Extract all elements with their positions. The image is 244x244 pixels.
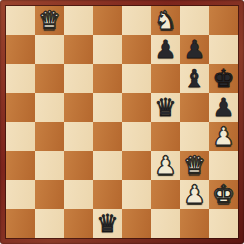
square-c6[interactable] xyxy=(64,64,93,93)
square-f1[interactable] xyxy=(151,209,180,238)
square-e7[interactable] xyxy=(122,35,151,64)
square-a3[interactable] xyxy=(6,151,35,180)
square-c3[interactable] xyxy=(64,151,93,180)
piece-black-king-h6[interactable]: ♚ xyxy=(212,66,234,91)
square-f6[interactable] xyxy=(151,64,180,93)
square-g1[interactable] xyxy=(180,209,209,238)
square-a6[interactable] xyxy=(6,64,35,93)
piece-black-pawn-h5[interactable]: ♟ xyxy=(212,95,234,120)
piece-black-queen-d1[interactable]: ♛ xyxy=(96,211,118,236)
square-d6[interactable] xyxy=(93,64,122,93)
square-e6[interactable] xyxy=(122,64,151,93)
square-f7[interactable]: ♟ xyxy=(151,35,180,64)
square-h6[interactable]: ♚ xyxy=(209,64,238,93)
piece-white-pawn-g2[interactable]: ♟ xyxy=(183,182,205,207)
square-d7[interactable] xyxy=(93,35,122,64)
piece-white-queen-b8[interactable]: ♛ xyxy=(38,8,60,33)
piece-white-knight-f8[interactable]: ♞ xyxy=(154,8,176,33)
square-d2[interactable] xyxy=(93,180,122,209)
square-b8[interactable]: ♛ xyxy=(35,6,64,35)
square-c2[interactable] xyxy=(64,180,93,209)
square-e5[interactable] xyxy=(122,93,151,122)
square-f8[interactable]: ♞ xyxy=(151,6,180,35)
square-g7[interactable]: ♟ xyxy=(180,35,209,64)
square-e8[interactable] xyxy=(122,6,151,35)
square-g5[interactable] xyxy=(180,93,209,122)
square-f4[interactable] xyxy=(151,122,180,151)
square-a8[interactable] xyxy=(6,6,35,35)
piece-black-queen-f5[interactable]: ♛ xyxy=(154,95,176,120)
square-g6[interactable]: ♝ xyxy=(180,64,209,93)
square-h3[interactable] xyxy=(209,151,238,180)
square-b4[interactable] xyxy=(35,122,64,151)
square-c5[interactable] xyxy=(64,93,93,122)
piece-white-pawn-f3[interactable]: ♟ xyxy=(154,153,176,178)
square-a2[interactable] xyxy=(6,180,35,209)
square-a4[interactable] xyxy=(6,122,35,151)
square-h5[interactable]: ♟ xyxy=(209,93,238,122)
square-c7[interactable] xyxy=(64,35,93,64)
square-c1[interactable] xyxy=(64,209,93,238)
square-h8[interactable] xyxy=(209,6,238,35)
piece-white-pawn-h4[interactable]: ♟ xyxy=(212,124,234,149)
square-h2[interactable]: ♚ xyxy=(209,180,238,209)
square-f2[interactable] xyxy=(151,180,180,209)
square-a7[interactable] xyxy=(6,35,35,64)
square-d1[interactable]: ♛ xyxy=(93,209,122,238)
board-frame: ♛♞♟♟♝♚♛♟♟♟♛♟♚♛ xyxy=(0,0,244,244)
square-e4[interactable] xyxy=(122,122,151,151)
square-a1[interactable] xyxy=(6,209,35,238)
square-h4[interactable]: ♟ xyxy=(209,122,238,151)
square-d3[interactable] xyxy=(93,151,122,180)
piece-black-pawn-g7[interactable]: ♟ xyxy=(183,37,205,62)
square-b5[interactable] xyxy=(35,93,64,122)
square-e1[interactable] xyxy=(122,209,151,238)
square-b1[interactable] xyxy=(35,209,64,238)
piece-black-bishop-g6[interactable]: ♝ xyxy=(183,66,205,91)
square-h7[interactable] xyxy=(209,35,238,64)
piece-white-queen-g3[interactable]: ♛ xyxy=(183,153,205,178)
square-b3[interactable] xyxy=(35,151,64,180)
square-f3[interactable]: ♟ xyxy=(151,151,180,180)
square-g4[interactable] xyxy=(180,122,209,151)
square-b7[interactable] xyxy=(35,35,64,64)
square-b6[interactable] xyxy=(35,64,64,93)
chess-board: ♛♞♟♟♝♚♛♟♟♟♛♟♚♛ xyxy=(6,6,238,238)
square-e2[interactable] xyxy=(122,180,151,209)
square-g2[interactable]: ♟ xyxy=(180,180,209,209)
square-c4[interactable] xyxy=(64,122,93,151)
square-e3[interactable] xyxy=(122,151,151,180)
square-h1[interactable] xyxy=(209,209,238,238)
square-g8[interactable] xyxy=(180,6,209,35)
square-f5[interactable]: ♛ xyxy=(151,93,180,122)
square-g3[interactable]: ♛ xyxy=(180,151,209,180)
piece-white-king-h2[interactable]: ♚ xyxy=(212,182,234,207)
square-c8[interactable] xyxy=(64,6,93,35)
piece-black-pawn-f7[interactable]: ♟ xyxy=(154,37,176,62)
square-d8[interactable] xyxy=(93,6,122,35)
square-d4[interactable] xyxy=(93,122,122,151)
square-a5[interactable] xyxy=(6,93,35,122)
square-d5[interactable] xyxy=(93,93,122,122)
square-b2[interactable] xyxy=(35,180,64,209)
